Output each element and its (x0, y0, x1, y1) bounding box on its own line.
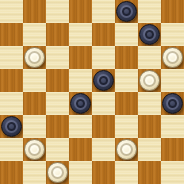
square-c1[interactable] (46, 161, 69, 184)
square-f1 (115, 161, 138, 184)
white-man-b6[interactable] (24, 47, 45, 68)
square-a2 (0, 138, 23, 161)
square-g7[interactable] (138, 23, 161, 46)
square-c8 (46, 0, 69, 23)
square-c5[interactable] (46, 69, 69, 92)
square-d2[interactable] (69, 138, 92, 161)
square-e1[interactable] (92, 161, 115, 184)
square-f6[interactable] (115, 46, 138, 69)
square-h4[interactable] (161, 92, 184, 115)
square-h1 (161, 161, 184, 184)
square-b2[interactable] (23, 138, 46, 161)
square-d4[interactable] (69, 92, 92, 115)
square-e3[interactable] (92, 115, 115, 138)
square-g4 (138, 92, 161, 115)
square-d1 (69, 161, 92, 184)
white-man-g5[interactable] (139, 70, 160, 91)
square-b4[interactable] (23, 92, 46, 115)
black-man-g7[interactable] (139, 24, 160, 45)
square-c6 (46, 46, 69, 69)
white-man-h6[interactable] (162, 47, 183, 68)
square-d3 (69, 115, 92, 138)
square-b7 (23, 23, 46, 46)
black-man-a3[interactable] (1, 116, 22, 137)
square-b5 (23, 69, 46, 92)
square-c7[interactable] (46, 23, 69, 46)
square-g5[interactable] (138, 69, 161, 92)
square-h3 (161, 115, 184, 138)
square-f5 (115, 69, 138, 92)
checkers-board (0, 0, 184, 184)
square-g8 (138, 0, 161, 23)
square-g3[interactable] (138, 115, 161, 138)
square-d8[interactable] (69, 0, 92, 23)
square-f8[interactable] (115, 0, 138, 23)
square-g6 (138, 46, 161, 69)
square-c2 (46, 138, 69, 161)
square-h8[interactable] (161, 0, 184, 23)
white-man-b2[interactable] (24, 139, 45, 160)
square-f7 (115, 23, 138, 46)
square-a4 (0, 92, 23, 115)
black-man-e5[interactable] (93, 70, 114, 91)
square-f2[interactable] (115, 138, 138, 161)
square-a6 (0, 46, 23, 69)
black-man-f8[interactable] (116, 1, 137, 22)
square-e5[interactable] (92, 69, 115, 92)
square-b1 (23, 161, 46, 184)
square-a1[interactable] (0, 161, 23, 184)
square-g1[interactable] (138, 161, 161, 184)
square-g2 (138, 138, 161, 161)
square-c4 (46, 92, 69, 115)
square-d6[interactable] (69, 46, 92, 69)
square-h7 (161, 23, 184, 46)
square-b8[interactable] (23, 0, 46, 23)
black-man-d4[interactable] (70, 93, 91, 114)
square-a8 (0, 0, 23, 23)
square-c3[interactable] (46, 115, 69, 138)
square-f4[interactable] (115, 92, 138, 115)
square-e2 (92, 138, 115, 161)
black-man-h4[interactable] (162, 93, 183, 114)
square-a3[interactable] (0, 115, 23, 138)
square-a5[interactable] (0, 69, 23, 92)
square-a7[interactable] (0, 23, 23, 46)
square-d7 (69, 23, 92, 46)
square-h6[interactable] (161, 46, 184, 69)
white-man-f2[interactable] (116, 139, 137, 160)
square-d5 (69, 69, 92, 92)
square-b6[interactable] (23, 46, 46, 69)
square-e6 (92, 46, 115, 69)
square-e7[interactable] (92, 23, 115, 46)
square-b3 (23, 115, 46, 138)
square-e4 (92, 92, 115, 115)
square-h5 (161, 69, 184, 92)
square-e8 (92, 0, 115, 23)
white-man-c1[interactable] (47, 162, 68, 183)
square-f3 (115, 115, 138, 138)
square-h2[interactable] (161, 138, 184, 161)
